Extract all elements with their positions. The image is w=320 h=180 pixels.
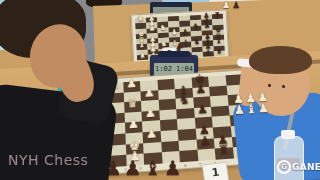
chess-piece-b[interactable]: ♝ xyxy=(213,39,224,44)
chess-piece-Q[interactable]: ♛ xyxy=(124,98,142,108)
chess-piece-r[interactable]: ♜ xyxy=(212,12,223,17)
water-bottle-cap xyxy=(281,130,295,139)
chess-piece-P[interactable]: ♟ xyxy=(142,128,160,138)
chess-piece-p[interactable]: ♟ xyxy=(203,50,214,55)
chess-piece-p[interactable]: ♟ xyxy=(201,23,212,28)
captured-piece-p: ♟ xyxy=(124,158,142,178)
captured-piece-P: ♟ xyxy=(222,1,230,10)
watermark-giganet: G GANET xyxy=(277,160,320,174)
child-player-eye xyxy=(268,84,271,87)
square[interactable] xyxy=(197,149,216,161)
square[interactable] xyxy=(179,150,198,162)
captured-pieces-board2-right: ♟♟ xyxy=(222,1,240,10)
table-number-card-1: 1 xyxy=(202,161,230,180)
captured-piece-b: ♝ xyxy=(144,158,162,178)
watermark-nyh-chess: NYH Chess xyxy=(8,152,88,168)
captured-pieces-board2-left: ♟ xyxy=(176,42,183,50)
captured-piece-B: ♝ xyxy=(245,104,258,116)
chess-piece-R[interactable]: ♜ xyxy=(135,16,146,21)
chess-piece-n[interactable]: ♞ xyxy=(175,95,193,105)
chess-piece-P[interactable]: ♟ xyxy=(141,107,159,117)
captured-piece-p: ♟ xyxy=(232,1,240,10)
captured-white-pieces: ♟♟♟♟♝♟ xyxy=(232,92,270,117)
chess-piece-p[interactable]: ♟ xyxy=(196,135,214,145)
chess-piece-P[interactable]: ♟ xyxy=(169,30,180,35)
chess-piece-p[interactable]: ♟ xyxy=(193,104,211,114)
captured-piece-p: ♟ xyxy=(176,42,183,50)
chess-piece-p[interactable]: ♟ xyxy=(192,84,210,94)
chess-piece-P[interactable]: ♟ xyxy=(123,78,140,88)
chess-piece-P[interactable]: ♟ xyxy=(140,87,158,97)
chess-piece-P[interactable]: ♟ xyxy=(124,119,142,129)
chess-piece-r[interactable]: ♜ xyxy=(214,144,233,154)
captured-piece-P: ♟ xyxy=(233,104,246,116)
chess-piece-N[interactable]: ♞ xyxy=(158,42,169,47)
giganet-logo-icon: G xyxy=(277,160,291,174)
chess-piece-n[interactable]: ♞ xyxy=(190,24,201,29)
chess-piece-B[interactable]: ♝ xyxy=(136,43,147,48)
captured-piece-p: ♟ xyxy=(164,158,182,178)
square[interactable]: ♜ xyxy=(215,147,234,159)
chess-clock-rocker-button[interactable] xyxy=(158,51,190,57)
tournament-photo: ♜♟♟♜♟♟♟♞♞♟♚♟♟♚♛♟♟♛♝♟♞♝♝♞♟♝♟♟♜♟♟♜ ♟♟ ♟ 2 … xyxy=(0,0,320,180)
chess-piece-P[interactable]: ♟ xyxy=(146,26,157,31)
child-player-hair xyxy=(249,46,312,74)
chess-piece-n[interactable]: ♞ xyxy=(191,40,202,45)
captured-piece-P: ♟ xyxy=(257,103,270,115)
chess-piece-R[interactable]: ♜ xyxy=(137,53,148,58)
chessboard-1-grid: ♜♟♚♟♝♟♛♞♟♟♟♟♟♜♚♟♟♟♜ xyxy=(106,74,252,167)
giganet-brand-text: GANET xyxy=(292,162,320,172)
chess-piece-N[interactable]: ♞ xyxy=(157,26,168,31)
chess-piece-r[interactable]: ♜ xyxy=(214,49,225,54)
child-player-eye xyxy=(282,85,285,88)
chess-piece-p[interactable]: ♟ xyxy=(180,30,191,35)
